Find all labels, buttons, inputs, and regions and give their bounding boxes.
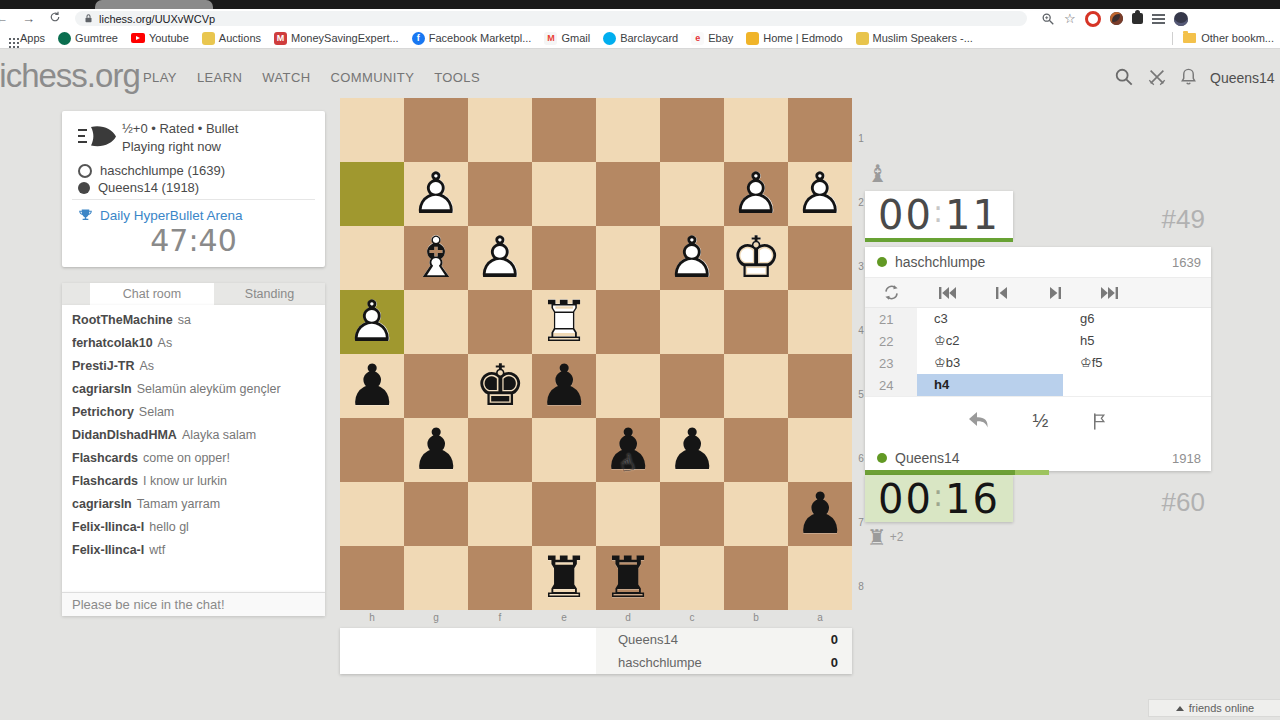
white-player-row[interactable]: haschchlumpe (1639): [78, 163, 225, 178]
game-actions: ½: [865, 397, 1211, 445]
tournament-link[interactable]: Daily HyperBullet Arena: [100, 208, 243, 223]
rook-glyph: ♜: [867, 525, 887, 550]
black-move[interactable]: h5: [1063, 330, 1211, 352]
clock-digit: 1: [973, 192, 1000, 238]
game-info-card: ½+0 • Rated • Bullet Playing right now h…: [62, 111, 325, 267]
square-h3[interactable]: [340, 226, 404, 290]
tab-chat-room[interactable]: Chat room: [90, 283, 214, 305]
square-g5[interactable]: [404, 354, 468, 418]
chat-message: FlashcardsI know ur lurkin: [72, 474, 317, 488]
square-c1[interactable]: [660, 98, 724, 162]
square-a1[interactable]: [788, 98, 852, 162]
white-king[interactable]: ♚♔: [724, 226, 788, 290]
bookmark-label: Apps: [20, 32, 45, 44]
square-g7[interactable]: [404, 482, 468, 546]
white-move[interactable]: ♔b3: [917, 352, 1063, 374]
square-a2[interactable]: ♟♙: [788, 162, 852, 226]
friends-online-label: friends online: [1189, 702, 1254, 714]
back-icon[interactable]: ←: [0, 9, 8, 28]
square-g6[interactable]: ♟: [404, 418, 468, 482]
file-label-c: c: [660, 612, 724, 626]
square-a7[interactable]: ♟: [788, 482, 852, 546]
material-advantage: +2: [890, 530, 904, 544]
black-rook[interactable]: ♜: [532, 546, 596, 610]
clock-digit: :: [933, 478, 945, 513]
chat-username[interactable]: Felix-Ilinca-I: [72, 520, 144, 534]
square-e1[interactable]: [532, 98, 596, 162]
white-move[interactable]: h4: [917, 374, 1063, 396]
clock-digit: 6: [973, 476, 1000, 522]
chat-username[interactable]: Flashcards: [72, 474, 138, 488]
muslim-speakers-favicon: [856, 32, 869, 45]
clock-digit: 0: [878, 476, 905, 522]
square-e5[interactable]: ♟: [532, 354, 596, 418]
square-a3[interactable]: [788, 226, 852, 290]
folder-icon: [1183, 33, 1196, 43]
black-rook[interactable]: ♜: [596, 546, 660, 610]
black-color-icon: [78, 182, 90, 194]
bottom-player-row[interactable]: Queens14 1918: [865, 445, 1211, 471]
top-player-rating: 1639: [1172, 255, 1201, 270]
square-d5[interactable]: [596, 354, 660, 418]
extensions-puzzle-icon[interactable]: [1132, 13, 1143, 24]
nav-watch[interactable]: WATCH: [262, 70, 310, 85]
white-pawn[interactable]: ♟♙: [724, 162, 788, 226]
draw-offer-button[interactable]: ½: [1033, 410, 1049, 432]
captured-rook-icon: ♜+2: [867, 525, 903, 550]
flip-board-icon[interactable]: [883, 284, 900, 301]
chat-message: Flashcardscome on opper!: [72, 451, 317, 465]
square-h4[interactable]: ♟♙: [340, 290, 404, 354]
square-d3[interactable]: [596, 226, 660, 290]
black-pawn[interactable]: ♟: [532, 354, 596, 418]
profile-avatar[interactable]: [1174, 12, 1188, 26]
white-pawn[interactable]: ♟♙: [340, 290, 404, 354]
file-labels: hgfedcba: [340, 612, 852, 626]
bookmark-gmail[interactable]: MGmail: [544, 32, 590, 45]
bullet-icon: [76, 123, 118, 150]
chat-input[interactable]: [62, 592, 325, 616]
bookmark-label: Gumtree: [75, 32, 118, 44]
white-color-icon: [78, 164, 92, 178]
challenge-swords-icon[interactable]: [1147, 67, 1167, 87]
square-b6[interactable]: [724, 418, 788, 482]
barclaycard-favicon: [603, 32, 616, 45]
black-arena-rank: #60: [1105, 487, 1205, 518]
friends-online-bar[interactable]: friends online: [1148, 699, 1280, 717]
move-row: 24h4: [865, 374, 1211, 396]
main-nav: PLAY LEARN WATCH COMMUNITY TOOLS: [143, 70, 480, 85]
move-row: 21c3g6: [865, 308, 1211, 330]
square-a8[interactable]: [788, 546, 852, 610]
bookmarks-list: AppsGumtreeYoutubeAuctionsMMoneySavingEx…: [8, 32, 973, 45]
reload-icon[interactable]: [49, 9, 61, 28]
resign-flag-icon[interactable]: [1090, 412, 1109, 431]
bookmark-label: Barclaycard: [620, 32, 678, 44]
square-b7[interactable]: [724, 482, 788, 546]
clock-digit: :: [933, 194, 945, 229]
adblock-extension-icon[interactable]: [1085, 11, 1101, 27]
chat-message: cagriarslnSelamün aleyküm gençler: [72, 382, 317, 396]
white-bishop[interactable]: ♝♗: [404, 226, 468, 290]
white-player-label: haschchlumpe (1639): [100, 163, 225, 178]
square-g2[interactable]: ♟♙: [404, 162, 468, 226]
divider: [72, 199, 315, 200]
site-logo[interactable]: lichess.org: [0, 57, 140, 95]
bookmark-auctions[interactable]: Auctions: [202, 32, 261, 45]
chat-username[interactable]: DidanDlshadHMA: [72, 428, 177, 442]
chat-text: As: [158, 336, 173, 350]
file-label-a: a: [788, 612, 852, 626]
nav-play[interactable]: PLAY: [143, 70, 177, 85]
square-b5[interactable]: [724, 354, 788, 418]
square-b4[interactable]: [724, 290, 788, 354]
tab-standing[interactable]: Standing: [214, 283, 325, 305]
chat-message: RootTheMachinesa: [72, 313, 317, 327]
white-pawn[interactable]: ♟♙: [468, 226, 532, 290]
square-e6[interactable]: [532, 418, 596, 482]
first-move-icon[interactable]: [939, 287, 957, 299]
move-number: 22: [865, 330, 917, 352]
score-row: haschchlumpe0: [596, 651, 852, 674]
up-triangle-icon: [1176, 706, 1184, 711]
square-c7[interactable]: [660, 482, 724, 546]
move-number: 21: [865, 308, 917, 330]
file-label-e: e: [532, 612, 596, 626]
square-b3[interactable]: ♚♔: [724, 226, 788, 290]
url-text: lichess.org/UUXvWCVp: [99, 13, 215, 25]
gumtree-favicon: [58, 32, 71, 45]
square-f4[interactable]: [468, 290, 532, 354]
ebay-favicon: e: [691, 32, 704, 45]
bookmark-label: Facebook Marketpl...: [429, 32, 532, 44]
bookmark-moneysavingexpert[interactable]: MMoneySavingExpert...: [274, 32, 399, 45]
last-move-icon[interactable]: [1100, 287, 1118, 299]
score-row: Queens140: [596, 628, 852, 651]
square-f7[interactable]: [468, 482, 532, 546]
zoom-icon[interactable]: [1041, 12, 1055, 26]
clock-digit: 1: [945, 192, 972, 238]
other-bookmarks-button[interactable]: Other bookm...: [1201, 32, 1274, 44]
chat-username[interactable]: Petrichory: [72, 405, 134, 419]
black-clock: 00:16: [865, 475, 1013, 522]
chess-board: ♟♙♟♙♟♙♝♗♟♙♟♙♚♔♟♙♜♖♟♚♟♟♟♟♟♜♜: [340, 98, 852, 610]
bookmark-label: Youtube: [149, 32, 189, 44]
move-list: 21c3g622♔c2h523♔b3♔f524h4: [865, 308, 1211, 397]
square-e8[interactable]: ♜: [532, 546, 596, 610]
square-h1[interactable]: [340, 98, 404, 162]
clock-digit: 0: [878, 192, 905, 238]
square-d8[interactable]: ♜: [596, 546, 660, 610]
chat-text: As: [140, 359, 155, 373]
square-b1[interactable]: [724, 98, 788, 162]
chat-text: wtf: [149, 543, 165, 557]
white-pawn[interactable]: ♟♙: [660, 226, 724, 290]
white-pawn[interactable]: ♟♙: [788, 162, 852, 226]
next-move-icon[interactable]: [1048, 287, 1061, 299]
chat-tabs: Chat room Standing: [62, 283, 325, 305]
white-arena-rank: #49: [1105, 204, 1205, 235]
square-e4[interactable]: ♜♖: [532, 290, 596, 354]
trophy-icon: [78, 208, 93, 223]
bookmark-muslim-speakers[interactable]: Muslim Speakers -...: [856, 32, 973, 45]
score-player-name[interactable]: haschchlumpe: [618, 655, 702, 670]
square-a5[interactable]: [788, 354, 852, 418]
chat-message: PetrichorySelam: [72, 405, 317, 419]
chat-text: come on opper!: [143, 451, 230, 465]
nav-community[interactable]: COMMUNITY: [330, 70, 414, 85]
apps-grid-icon: [9, 38, 11, 40]
square-c4[interactable]: [660, 290, 724, 354]
black-pawn[interactable]: ♟: [788, 482, 852, 546]
white-clock: 00:11: [865, 191, 1013, 238]
game-status-label: Playing right now: [122, 139, 221, 154]
chat-text: sa: [178, 313, 191, 327]
notifications-bell-icon[interactable]: [1179, 67, 1198, 87]
square-f1[interactable]: [468, 98, 532, 162]
bookmark-gumtree[interactable]: Gumtree: [58, 32, 118, 45]
file-label-h: h: [340, 612, 404, 626]
chat-text: I know ur lurkin: [143, 474, 227, 488]
square-g8[interactable]: [404, 546, 468, 610]
tournament-clock: 47:40: [62, 223, 325, 258]
square-c5[interactable]: [660, 354, 724, 418]
square-f6[interactable]: [468, 418, 532, 482]
file-label-b: b: [724, 612, 788, 626]
white-clock-bar: [865, 238, 1013, 242]
square-b8[interactable]: [724, 546, 788, 610]
black-pawn[interactable]: ♟: [404, 418, 468, 482]
square-g3[interactable]: ♝♗: [404, 226, 468, 290]
square-d1[interactable]: [596, 98, 660, 162]
chat-username[interactable]: RootTheMachine: [72, 313, 173, 327]
forward-icon[interactable]: →: [22, 9, 35, 28]
moneysavingexpert-favicon: M: [274, 32, 287, 45]
time-control-label: ½+0 • Rated • Bullet: [122, 121, 238, 136]
score-box: Queens140haschchlumpe0: [340, 628, 852, 674]
replay-controls: [865, 278, 1211, 308]
chat-text: Alayka salam: [182, 428, 256, 442]
move-number: 24: [865, 374, 917, 396]
online-dot: [877, 453, 887, 463]
chat-username[interactable]: Felix-Ilinca-I: [72, 543, 144, 557]
chat-message: ferhatcolak10As: [72, 336, 317, 350]
chat-text: Selamün aleyküm gençler: [137, 382, 281, 396]
black-pawn[interactable]: ♟: [340, 354, 404, 418]
youtube-favicon: [131, 33, 145, 43]
top-player-row[interactable]: haschchlumpe 1639: [865, 247, 1211, 278]
browser-toolbar: ← → lichess.org/UUXvWCVp ☆: [0, 9, 1280, 28]
black-pawn[interactable]: ♟: [660, 418, 724, 482]
white-rook[interactable]: ♜♖: [532, 290, 596, 354]
bookmark-youtube[interactable]: Youtube: [131, 32, 189, 44]
chat-username[interactable]: PrestiJ-TR: [72, 359, 135, 373]
url-bar[interactable]: lichess.org/UUXvWCVp: [75, 11, 1027, 26]
file-label-d: d: [596, 612, 660, 626]
bookmarks-bar: AppsGumtreeYoutubeAuctionsMMoneySavingEx…: [0, 28, 1280, 49]
chat-message: Felix-Ilinca-Iwtf: [72, 543, 317, 557]
square-c8[interactable]: [660, 546, 724, 610]
square-h8[interactable]: [340, 546, 404, 610]
square-e3[interactable]: [532, 226, 596, 290]
bookmark-label: Home | Edmodo: [763, 32, 842, 44]
move-row: 23♔b3♔f5: [865, 352, 1211, 374]
chat-message: PrestiJ-TRAs: [72, 359, 317, 373]
nav-learn[interactable]: LEARN: [197, 70, 242, 85]
clock-digit: 1: [945, 476, 972, 522]
black-move[interactable]: ♔f5: [1063, 352, 1211, 374]
square-f2[interactable]: [468, 162, 532, 226]
nav-tools[interactable]: TOOLS: [434, 70, 480, 85]
black-king[interactable]: ♚: [468, 354, 532, 418]
square-e2[interactable]: [532, 162, 596, 226]
chat-username[interactable]: Flashcards: [72, 451, 138, 465]
sphere-extension-icon[interactable]: [1110, 12, 1123, 25]
square-g4[interactable]: [404, 290, 468, 354]
bookmark-ebay[interactable]: eEbay: [691, 32, 733, 45]
black-move[interactable]: g6: [1063, 308, 1211, 330]
chat-message: cagriarslnTamam yarram: [72, 497, 317, 511]
score-value: 0: [831, 655, 838, 670]
white-move[interactable]: ♔c2: [917, 330, 1063, 352]
file-label-f: f: [468, 612, 532, 626]
square-c6[interactable]: ♟: [660, 418, 724, 482]
file-label-g: g: [404, 612, 468, 626]
rank-label-8: 8: [853, 554, 869, 618]
captured-bishop-icon: ♝: [867, 160, 889, 188]
square-g1[interactable]: [404, 98, 468, 162]
square-d7[interactable]: [596, 482, 660, 546]
square-f8[interactable]: [468, 546, 532, 610]
clock-digit: 0: [905, 192, 932, 238]
score-player-name[interactable]: Queens14: [618, 632, 678, 647]
bookmark-label: Gmail: [561, 32, 590, 44]
chat-username[interactable]: cagriarsln: [72, 497, 132, 511]
bookmarks-separator: [1172, 32, 1173, 45]
gmail-favicon: M: [544, 32, 557, 45]
username-menu[interactable]: Queens14: [1210, 70, 1275, 86]
square-e7[interactable]: [532, 482, 596, 546]
game-panel-card: haschchlumpe 1639 21c3g622♔c2h523♔b3♔f52…: [865, 247, 1211, 471]
reading-list-icon[interactable]: [1152, 13, 1165, 24]
bottom-player-name: Queens14: [895, 450, 960, 466]
move-number: 23: [865, 352, 917, 374]
score-rows: Queens140haschchlumpe0: [596, 628, 852, 674]
bookmark-label: Muslim Speakers -...: [873, 32, 973, 44]
square-f3[interactable]: ♟♙: [468, 226, 532, 290]
browser-tab[interactable]: [95, 0, 213, 9]
chat-text: hello gl: [149, 520, 189, 534]
takeback-icon[interactable]: [967, 411, 991, 431]
bookmark-label: MoneySavingExpert...: [291, 32, 399, 44]
white-pawn[interactable]: ♟♙: [404, 162, 468, 226]
clock-digit: 0: [905, 476, 932, 522]
browser-tab-strip: [0, 0, 1280, 9]
square-h7[interactable]: [340, 482, 404, 546]
move-row: 22♔c2h5: [865, 330, 1211, 352]
square-c3[interactable]: ♟♙: [660, 226, 724, 290]
bookmark-star-icon[interactable]: ☆: [1064, 9, 1076, 28]
square-d2[interactable]: [596, 162, 660, 226]
chat-text: Selam: [139, 405, 174, 419]
black-player-row[interactable]: Queens14 (1918): [78, 180, 199, 195]
auctions-favicon: [202, 32, 215, 45]
black-move[interactable]: [1063, 374, 1211, 396]
chat-message: Felix-Ilinca-Ihello gl: [72, 520, 317, 534]
black-player-label: Queens14 (1918): [98, 180, 199, 195]
screen: ← → lichess.org/UUXvWCVp ☆ AppsGumtreeYo…: [0, 0, 1280, 720]
square-h5[interactable]: ♟: [340, 354, 404, 418]
facebook-favicon: f: [412, 32, 425, 45]
bookmark-label: Auctions: [219, 32, 261, 44]
previous-move-icon[interactable]: [996, 287, 1009, 299]
chat-message: DidanDlshadHMAAlayka salam: [72, 428, 317, 442]
edmodo-favicon: [746, 32, 759, 45]
search-icon[interactable]: [1114, 67, 1134, 87]
square-f5[interactable]: ♚: [468, 354, 532, 418]
score-value: 0: [831, 632, 838, 647]
square-a4[interactable]: [788, 290, 852, 354]
square-h6[interactable]: [340, 418, 404, 482]
bookmark-label: Ebay: [708, 32, 733, 44]
square-c2[interactable]: [660, 162, 724, 226]
top-player-name: haschchlumpe: [895, 254, 985, 270]
square-d4[interactable]: [596, 290, 660, 354]
chat-text: Tamam yarram: [137, 497, 220, 511]
chat-username[interactable]: cagriarsln: [72, 382, 132, 396]
chat-message-list: RootTheMachinesaferhatcolak10AsPrestiJ-T…: [62, 305, 325, 592]
white-move[interactable]: c3: [917, 308, 1063, 330]
bookmark-barclaycard[interactable]: Barclaycard: [603, 32, 678, 45]
padlock-icon: [84, 13, 93, 24]
square-a6[interactable]: [788, 418, 852, 482]
bookmark-apps[interactable]: Apps: [8, 32, 45, 44]
online-dot: [877, 257, 887, 267]
bookmark-home-edmodo[interactable]: Home | Edmodo: [746, 32, 842, 45]
square-h2[interactable]: [340, 162, 404, 226]
bottom-player-rating: 1918: [1172, 451, 1201, 466]
chat-username[interactable]: ferhatcolak10: [72, 336, 153, 350]
bookmark-facebook-marketpl[interactable]: fFacebook Marketpl...: [412, 32, 532, 45]
square-b2[interactable]: ♟♙: [724, 162, 788, 226]
